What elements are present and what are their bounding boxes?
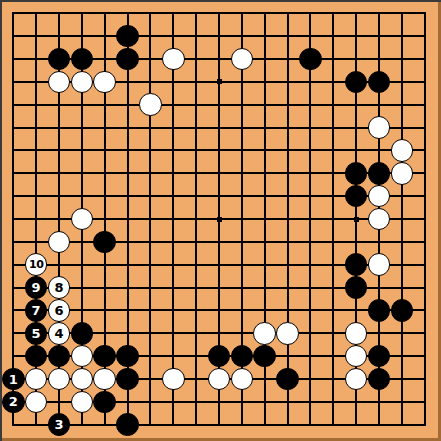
board-intersection <box>230 345 253 368</box>
board-intersection <box>116 368 139 391</box>
board-intersection: 1 <box>2 368 25 391</box>
black-stone[interactable]: 3 <box>48 413 71 436</box>
black-stone[interactable] <box>231 345 254 368</box>
black-stone[interactable] <box>48 345 71 368</box>
board-intersection <box>139 93 162 116</box>
black-stone[interactable] <box>25 345 48 368</box>
white-stone[interactable] <box>139 93 162 116</box>
black-stone[interactable] <box>368 368 391 391</box>
board-intersection <box>93 230 116 253</box>
board-intersection <box>390 162 413 185</box>
board-intersection <box>70 70 93 93</box>
board-intersection <box>162 368 185 391</box>
black-stone[interactable] <box>345 162 368 185</box>
board-intersection <box>48 368 71 391</box>
white-stone[interactable] <box>48 71 71 94</box>
black-stone[interactable] <box>276 368 299 391</box>
black-stone[interactable] <box>345 253 368 276</box>
board-intersection <box>70 368 93 391</box>
board-intersection <box>48 230 71 253</box>
white-stone[interactable] <box>162 48 185 71</box>
black-stone[interactable] <box>71 322 94 345</box>
board-intersection <box>345 345 368 368</box>
board-intersection <box>230 368 253 391</box>
black-stone[interactable] <box>345 185 368 208</box>
white-stone[interactable] <box>93 368 116 391</box>
white-stone[interactable] <box>71 368 94 391</box>
white-stone[interactable] <box>368 116 391 139</box>
move-number-label: 2 <box>9 395 18 408</box>
black-stone[interactable] <box>253 345 276 368</box>
move-number-label: 5 <box>32 327 41 340</box>
board-intersection <box>276 368 299 391</box>
go-board[interactable]: 10987654123 <box>0 0 441 441</box>
black-stone[interactable] <box>368 162 391 185</box>
white-stone[interactable] <box>71 71 94 94</box>
black-stone[interactable]: 9 <box>25 276 48 299</box>
board-intersection <box>208 345 231 368</box>
black-stone[interactable]: 1 <box>2 368 25 391</box>
board-intersection <box>48 345 71 368</box>
board-intersection <box>48 70 71 93</box>
white-stone[interactable] <box>368 208 391 231</box>
board-intersection: 4 <box>48 322 71 345</box>
board-intersection <box>368 368 391 391</box>
board-intersection <box>345 322 368 345</box>
white-stone[interactable]: 10 <box>25 253 48 276</box>
board-intersection <box>70 390 93 413</box>
board-intersection <box>70 345 93 368</box>
move-number-label: 8 <box>54 281 63 294</box>
black-stone[interactable] <box>71 48 94 71</box>
white-stone[interactable] <box>93 71 116 94</box>
board-intersection: 7 <box>25 299 48 322</box>
black-stone[interactable] <box>345 276 368 299</box>
board-intersection: 2 <box>2 390 25 413</box>
white-stone[interactable] <box>368 185 391 208</box>
white-stone[interactable] <box>345 368 368 391</box>
white-stone[interactable] <box>25 391 48 414</box>
black-stone[interactable]: 5 <box>25 322 48 345</box>
board-intersection: 3 <box>48 413 71 436</box>
black-stone[interactable] <box>345 71 368 94</box>
board-intersection <box>345 253 368 276</box>
black-stone[interactable] <box>368 345 391 368</box>
white-stone[interactable] <box>231 48 254 71</box>
white-stone[interactable] <box>345 345 368 368</box>
white-stone[interactable] <box>48 368 71 391</box>
black-stone[interactable] <box>93 345 116 368</box>
white-stone[interactable] <box>71 208 94 231</box>
board-intersection <box>116 345 139 368</box>
black-stone[interactable] <box>391 299 414 322</box>
move-number-label: 6 <box>54 304 63 317</box>
board-intersection <box>368 70 391 93</box>
white-stone[interactable] <box>276 322 299 345</box>
black-stone[interactable] <box>48 48 71 71</box>
board-intersection <box>25 390 48 413</box>
stone-grid: 10987654123 <box>2 2 436 436</box>
white-stone[interactable] <box>345 322 368 345</box>
board-intersection <box>116 48 139 71</box>
board-intersection <box>390 299 413 322</box>
white-stone[interactable] <box>368 253 391 276</box>
white-stone[interactable] <box>391 162 414 185</box>
board-intersection <box>116 413 139 436</box>
board-intersection <box>345 368 368 391</box>
black-stone[interactable] <box>93 391 116 414</box>
black-stone[interactable] <box>93 231 116 254</box>
white-stone[interactable] <box>48 231 71 254</box>
board-intersection <box>345 185 368 208</box>
board-intersection <box>208 368 231 391</box>
black-stone[interactable] <box>299 48 322 71</box>
board-intersection <box>368 345 391 368</box>
board-intersection <box>368 185 391 208</box>
board-intersection <box>162 48 185 71</box>
board-intersection <box>276 322 299 345</box>
board-intersection <box>25 368 48 391</box>
white-stone[interactable] <box>208 368 231 391</box>
white-stone[interactable] <box>71 391 94 414</box>
board-intersection <box>70 48 93 71</box>
white-stone[interactable]: 6 <box>48 299 71 322</box>
board-intersection <box>345 276 368 299</box>
black-stone[interactable] <box>208 345 231 368</box>
move-number-label: 4 <box>54 327 63 340</box>
black-stone[interactable]: 2 <box>2 391 25 414</box>
board-intersection <box>299 48 322 71</box>
board-intersection <box>253 322 276 345</box>
board-intersection <box>253 345 276 368</box>
board-intersection <box>25 345 48 368</box>
black-stone[interactable] <box>116 413 139 436</box>
board-intersection <box>390 139 413 162</box>
board-intersection <box>345 162 368 185</box>
board-intersection <box>70 322 93 345</box>
black-stone[interactable] <box>368 299 391 322</box>
board-intersection <box>368 208 391 231</box>
black-stone[interactable] <box>116 368 139 391</box>
white-stone[interactable]: 4 <box>48 322 71 345</box>
move-number-label: 9 <box>32 281 41 294</box>
move-number-label: 10 <box>29 259 43 270</box>
board-intersection <box>368 299 391 322</box>
board-intersection <box>93 70 116 93</box>
black-stone[interactable] <box>368 71 391 94</box>
white-stone[interactable] <box>231 368 254 391</box>
board-intersection: 10 <box>25 253 48 276</box>
move-number-label: 7 <box>32 304 41 317</box>
board-intersection <box>345 70 368 93</box>
white-stone[interactable] <box>25 368 48 391</box>
white-stone[interactable] <box>162 368 185 391</box>
black-stone[interactable] <box>116 25 139 48</box>
board-intersection: 8 <box>48 276 71 299</box>
board-intersection <box>93 390 116 413</box>
white-stone[interactable] <box>253 322 276 345</box>
board-intersection <box>368 162 391 185</box>
black-stone[interactable] <box>116 48 139 71</box>
move-number-label: 3 <box>54 418 63 431</box>
board-intersection: 9 <box>25 276 48 299</box>
board-intersection <box>368 116 391 139</box>
board-intersection <box>230 48 253 71</box>
board-intersection <box>93 345 116 368</box>
black-stone[interactable] <box>116 345 139 368</box>
board-intersection: 6 <box>48 299 71 322</box>
board-intersection <box>116 25 139 48</box>
board-intersection <box>93 368 116 391</box>
black-stone[interactable]: 7 <box>25 299 48 322</box>
board-intersection <box>368 253 391 276</box>
white-stone[interactable] <box>71 345 94 368</box>
white-stone[interactable]: 8 <box>48 276 71 299</box>
board-intersection: 5 <box>25 322 48 345</box>
move-number-label: 1 <box>9 373 18 386</box>
board-intersection <box>48 48 71 71</box>
board-intersection <box>70 208 93 231</box>
white-stone[interactable] <box>391 139 414 162</box>
